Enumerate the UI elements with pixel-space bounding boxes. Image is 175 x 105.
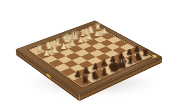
piece-white-pawn[interactable]: ♟ [101, 28, 108, 35]
piece-black-bishop[interactable]: ♝ [99, 66, 109, 77]
chess-board: ♜♞♝♚♛♝♞♜♟♟♟♟♟♟♟♟♟♟♟♟♟♟♟♟♜♞♝♚♛♝♞♜ [16, 20, 162, 94]
piece-white-pawn[interactable]: ♟ [43, 50, 50, 58]
board-frame: ♜♞♝♚♛♝♞♜♟♟♟♟♟♟♟♟♟♟♟♟♟♟♟♟♜♞♝♚♛♝♞♜ [16, 20, 162, 94]
piece-white-pawn[interactable]: ♟ [93, 31, 100, 39]
piece-black-knight[interactable]: ♞ [90, 70, 100, 81]
product-photo: ♜♞♝♚♛♝♞♜♟♟♟♟♟♟♟♟♟♟♟♟♟♟♟♟♜♞♝♚♛♝♞♜ [0, 0, 175, 105]
piece-white-pawn[interactable]: ♟ [69, 40, 76, 48]
piece-white-pawn[interactable]: ♟ [77, 37, 84, 45]
piece-white-pawn[interactable]: ♟ [51, 46, 58, 54]
brass-latch [47, 73, 51, 79]
square-h8[interactable]: ♜ [74, 77, 92, 87]
chess-scene: ♜♞♝♚♛♝♞♜♟♟♟♟♟♟♟♟♟♟♟♟♟♟♟♟♜♞♝♚♛♝♞♜ [0, 0, 175, 105]
board-grid: ♜♞♝♚♛♝♞♜♟♟♟♟♟♟♟♟♟♟♟♟♟♟♟♟♜♞♝♚♛♝♞♜ [28, 25, 152, 88]
piece-white-pawn[interactable]: ♟ [86, 34, 93, 42]
piece-black-rook[interactable]: ♜ [81, 75, 90, 85]
piece-black-king[interactable]: ♚ [108, 60, 120, 74]
piece-white-pawn[interactable]: ♟ [60, 43, 67, 51]
brass-corner-ornament [152, 55, 157, 58]
